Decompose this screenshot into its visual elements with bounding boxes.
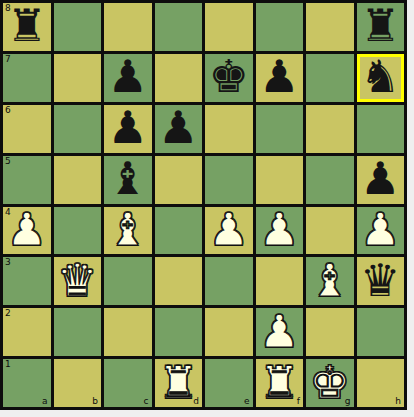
black-pawn[interactable]: ♟ bbox=[360, 156, 400, 201]
square-a1[interactable]: 1a bbox=[3, 359, 51, 407]
square-b2[interactable] bbox=[54, 308, 102, 356]
square-h8[interactable]: ♜ bbox=[357, 3, 405, 51]
square-b8[interactable] bbox=[54, 3, 102, 51]
square-b5[interactable] bbox=[54, 156, 102, 204]
black-queen[interactable]: ♛ bbox=[360, 258, 400, 303]
square-e4[interactable]: ♟ bbox=[205, 207, 253, 255]
page-margin-right bbox=[407, 0, 414, 417]
square-a3[interactable]: 3 bbox=[3, 257, 51, 305]
rank-label-1: 1 bbox=[5, 360, 11, 370]
white-rook[interactable]: ♜ bbox=[259, 360, 299, 405]
square-a5[interactable]: 5 bbox=[3, 156, 51, 204]
square-c5[interactable]: ♝ bbox=[104, 156, 152, 204]
square-c6[interactable]: ♟ bbox=[104, 105, 152, 153]
square-c8[interactable] bbox=[104, 3, 152, 51]
square-g4[interactable] bbox=[306, 207, 354, 255]
file-label-c: c bbox=[144, 397, 149, 407]
square-c7[interactable]: ♟ bbox=[104, 54, 152, 102]
black-king[interactable]: ♚ bbox=[209, 54, 249, 99]
white-bishop[interactable]: ♝ bbox=[108, 207, 148, 252]
square-f2[interactable]: ♟ bbox=[256, 308, 304, 356]
square-c3[interactable] bbox=[104, 257, 152, 305]
square-e8[interactable] bbox=[205, 3, 253, 51]
black-pawn[interactable]: ♟ bbox=[158, 105, 198, 150]
black-rook[interactable]: ♜ bbox=[360, 3, 400, 48]
square-e3[interactable] bbox=[205, 257, 253, 305]
black-rook[interactable]: ♜ bbox=[7, 3, 47, 48]
black-pawn[interactable]: ♟ bbox=[108, 54, 148, 99]
square-a4[interactable]: 4♟ bbox=[3, 207, 51, 255]
file-label-b: b bbox=[92, 397, 98, 407]
black-pawn[interactable]: ♟ bbox=[108, 105, 148, 150]
square-e7[interactable]: ♚ bbox=[205, 54, 253, 102]
file-label-h: h bbox=[395, 397, 401, 407]
square-c1[interactable]: c bbox=[104, 359, 152, 407]
black-bishop[interactable]: ♝ bbox=[108, 156, 148, 201]
square-d4[interactable] bbox=[155, 207, 203, 255]
file-label-e: e bbox=[244, 397, 250, 407]
square-d1[interactable]: d♜ bbox=[155, 359, 203, 407]
square-e1[interactable]: e bbox=[205, 359, 253, 407]
square-f8[interactable] bbox=[256, 3, 304, 51]
square-a8[interactable]: 8♜ bbox=[3, 3, 51, 51]
square-h6[interactable] bbox=[357, 105, 405, 153]
rank-label-6: 6 bbox=[5, 106, 11, 116]
page-margin-bottom bbox=[0, 410, 414, 417]
square-g8[interactable] bbox=[306, 3, 354, 51]
square-g2[interactable] bbox=[306, 308, 354, 356]
white-pawn[interactable]: ♟ bbox=[259, 207, 299, 252]
square-f3[interactable] bbox=[256, 257, 304, 305]
rank-label-3: 3 bbox=[5, 258, 11, 268]
square-e5[interactable] bbox=[205, 156, 253, 204]
square-e6[interactable] bbox=[205, 105, 253, 153]
white-pawn[interactable]: ♟ bbox=[360, 207, 400, 252]
square-f5[interactable] bbox=[256, 156, 304, 204]
square-h3[interactable]: ♛ bbox=[357, 257, 405, 305]
square-g3[interactable]: ♝ bbox=[306, 257, 354, 305]
chess-board: 8♜♜7♟♚♟♞6♟♟5♝♟4♟♝♟♟♟3♛♝♛2♟1abcd♜ef♜g♚h bbox=[0, 0, 407, 410]
square-a6[interactable]: 6 bbox=[3, 105, 51, 153]
square-f7[interactable]: ♟ bbox=[256, 54, 304, 102]
square-c4[interactable]: ♝ bbox=[104, 207, 152, 255]
square-h5[interactable]: ♟ bbox=[357, 156, 405, 204]
square-e2[interactable] bbox=[205, 308, 253, 356]
square-f1[interactable]: f♜ bbox=[256, 359, 304, 407]
white-king[interactable]: ♚ bbox=[310, 360, 350, 405]
square-h1[interactable]: h bbox=[357, 359, 405, 407]
square-g5[interactable] bbox=[306, 156, 354, 204]
rank-label-7: 7 bbox=[5, 55, 11, 65]
white-bishop[interactable]: ♝ bbox=[310, 258, 350, 303]
square-a7[interactable]: 7 bbox=[3, 54, 51, 102]
rank-label-5: 5 bbox=[5, 157, 11, 167]
square-b4[interactable] bbox=[54, 207, 102, 255]
square-d3[interactable] bbox=[155, 257, 203, 305]
square-b7[interactable] bbox=[54, 54, 102, 102]
white-pawn[interactable]: ♟ bbox=[259, 309, 299, 354]
square-d6[interactable]: ♟ bbox=[155, 105, 203, 153]
square-g1[interactable]: g♚ bbox=[306, 359, 354, 407]
square-g7[interactable] bbox=[306, 54, 354, 102]
square-d2[interactable] bbox=[155, 308, 203, 356]
black-knight[interactable]: ♞ bbox=[360, 54, 400, 99]
square-h7[interactable]: ♞ bbox=[357, 54, 405, 102]
square-d8[interactable] bbox=[155, 3, 203, 51]
square-b3[interactable]: ♛ bbox=[54, 257, 102, 305]
square-d7[interactable] bbox=[155, 54, 203, 102]
file-label-a: a bbox=[42, 397, 48, 407]
white-rook[interactable]: ♜ bbox=[158, 360, 198, 405]
square-g6[interactable] bbox=[306, 105, 354, 153]
black-pawn[interactable]: ♟ bbox=[259, 54, 299, 99]
square-h2[interactable] bbox=[357, 308, 405, 356]
square-b1[interactable]: b bbox=[54, 359, 102, 407]
square-a2[interactable]: 2 bbox=[3, 308, 51, 356]
square-b6[interactable] bbox=[54, 105, 102, 153]
square-d5[interactable] bbox=[155, 156, 203, 204]
rank-label-2: 2 bbox=[5, 309, 11, 319]
square-f4[interactable]: ♟ bbox=[256, 207, 304, 255]
white-pawn[interactable]: ♟ bbox=[209, 207, 249, 252]
square-f6[interactable] bbox=[256, 105, 304, 153]
square-h4[interactable]: ♟ bbox=[357, 207, 405, 255]
square-c2[interactable] bbox=[104, 308, 152, 356]
white-pawn[interactable]: ♟ bbox=[7, 207, 47, 252]
white-queen[interactable]: ♛ bbox=[57, 258, 97, 303]
